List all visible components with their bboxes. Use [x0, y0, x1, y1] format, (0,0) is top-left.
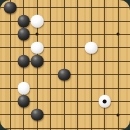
grid-line-horizontal	[0, 128, 130, 129]
black-stone[interactable]	[17, 15, 30, 28]
white-stone[interactable]	[31, 15, 44, 28]
white-stone[interactable]	[31, 42, 44, 55]
white-stone[interactable]	[98, 95, 111, 108]
grid-line-vertical	[77, 0, 78, 130]
grid-line-vertical	[91, 0, 92, 130]
black-stone[interactable]	[17, 55, 30, 68]
black-stone[interactable]	[17, 28, 30, 41]
grid-line-horizontal	[0, 114, 130, 115]
star-point	[117, 113, 120, 116]
go-app-screenshot	[0, 0, 130, 130]
black-stone[interactable]	[17, 95, 30, 108]
grid-line-vertical	[10, 0, 11, 130]
black-stone[interactable]	[31, 55, 44, 68]
black-stone[interactable]	[4, 1, 17, 14]
star-point	[36, 33, 39, 36]
grid-line-vertical	[118, 0, 119, 130]
white-stone[interactable]	[17, 82, 30, 95]
grid-line-vertical	[50, 0, 51, 130]
black-stone[interactable]	[58, 68, 71, 81]
grid-line-vertical	[64, 0, 65, 130]
last-move-marker	[102, 99, 106, 103]
grid-line-vertical	[104, 0, 105, 130]
black-stone[interactable]	[31, 109, 44, 122]
grid-line-horizontal	[0, 47, 130, 48]
star-point	[117, 33, 120, 36]
white-stone[interactable]	[85, 42, 98, 55]
go-board[interactable]	[0, 0, 130, 130]
grid-line-horizontal	[0, 7, 130, 8]
